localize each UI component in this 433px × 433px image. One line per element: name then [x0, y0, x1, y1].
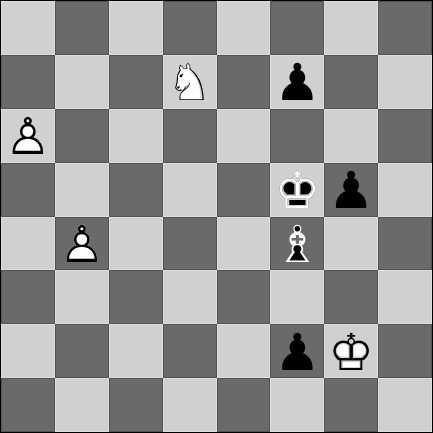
- square-b3[interactable]: [55, 270, 109, 324]
- square-f7[interactable]: ♟: [270, 55, 324, 109]
- black-pawn[interactable]: ♟: [324, 163, 378, 217]
- square-f1[interactable]: [270, 378, 324, 432]
- black-bishop[interactable]: ♝♗: [270, 217, 324, 271]
- square-d3[interactable]: [163, 270, 217, 324]
- square-e1[interactable]: [217, 378, 271, 432]
- black-king[interactable]: ♚♔: [270, 163, 324, 217]
- square-h2[interactable]: [378, 324, 432, 378]
- square-e3[interactable]: [217, 270, 271, 324]
- white-knight-outline-glyph: ♘: [163, 56, 217, 110]
- square-e8[interactable]: [217, 1, 271, 55]
- square-a6[interactable]: ♟♙: [1, 109, 55, 163]
- square-c5[interactable]: [109, 163, 163, 217]
- square-f5[interactable]: ♚♔: [270, 163, 324, 217]
- square-g2[interactable]: ♚♔: [324, 324, 378, 378]
- black-pawn-fill-glyph: ♟: [324, 164, 378, 218]
- square-a3[interactable]: [1, 270, 55, 324]
- square-g3[interactable]: [324, 270, 378, 324]
- square-h3[interactable]: [378, 270, 432, 324]
- white-knight-fill-glyph: ♞: [163, 56, 217, 110]
- black-bishop-fill-glyph: ♝: [270, 218, 324, 272]
- square-e5[interactable]: [217, 163, 271, 217]
- square-d4[interactable]: [163, 217, 217, 271]
- square-g4[interactable]: [324, 217, 378, 271]
- square-b7[interactable]: [55, 55, 109, 109]
- square-f8[interactable]: [270, 1, 324, 55]
- square-f4[interactable]: ♝♗: [270, 217, 324, 271]
- square-d7[interactable]: ♞♘: [163, 55, 217, 109]
- square-c6[interactable]: [109, 109, 163, 163]
- square-c1[interactable]: [109, 378, 163, 432]
- square-f2[interactable]: ♟: [270, 324, 324, 378]
- white-pawn-outline-glyph: ♙: [1, 110, 55, 164]
- white-pawn-fill-glyph: ♟: [55, 218, 109, 272]
- white-pawn-fill-glyph: ♟: [1, 110, 55, 164]
- white-pawn[interactable]: ♟♙: [1, 109, 55, 163]
- white-king-outline-glyph: ♔: [324, 325, 378, 379]
- square-h8[interactable]: [378, 1, 432, 55]
- white-king[interactable]: ♚♔: [324, 324, 378, 378]
- square-d1[interactable]: [163, 378, 217, 432]
- square-d8[interactable]: [163, 1, 217, 55]
- black-pawn-fill-glyph: ♟: [270, 56, 324, 110]
- square-d2[interactable]: [163, 324, 217, 378]
- square-b2[interactable]: [55, 324, 109, 378]
- square-c7[interactable]: [109, 55, 163, 109]
- square-a2[interactable]: [1, 324, 55, 378]
- square-d6[interactable]: [163, 109, 217, 163]
- white-pawn[interactable]: ♟♙: [55, 217, 109, 271]
- square-b8[interactable]: [55, 1, 109, 55]
- square-h5[interactable]: [378, 163, 432, 217]
- black-king-outline-glyph: ♔: [270, 164, 324, 218]
- square-c2[interactable]: [109, 324, 163, 378]
- square-a7[interactable]: [1, 55, 55, 109]
- black-bishop-outline-glyph: ♗: [270, 218, 324, 272]
- black-pawn[interactable]: ♟: [270, 55, 324, 109]
- square-e2[interactable]: [217, 324, 271, 378]
- square-h1[interactable]: [378, 378, 432, 432]
- square-e4[interactable]: [217, 217, 271, 271]
- square-f3[interactable]: [270, 270, 324, 324]
- black-pawn[interactable]: ♟: [270, 324, 324, 378]
- square-f6[interactable]: [270, 109, 324, 163]
- square-g7[interactable]: [324, 55, 378, 109]
- square-a8[interactable]: [1, 1, 55, 55]
- square-d5[interactable]: [163, 163, 217, 217]
- square-g1[interactable]: [324, 378, 378, 432]
- square-c3[interactable]: [109, 270, 163, 324]
- square-b1[interactable]: [55, 378, 109, 432]
- square-a1[interactable]: [1, 378, 55, 432]
- square-g6[interactable]: [324, 109, 378, 163]
- square-c8[interactable]: [109, 1, 163, 55]
- square-c4[interactable]: [109, 217, 163, 271]
- square-b6[interactable]: [55, 109, 109, 163]
- square-a5[interactable]: [1, 163, 55, 217]
- black-king-fill-glyph: ♚: [270, 164, 324, 218]
- black-pawn-fill-glyph: ♟: [270, 325, 324, 379]
- square-g8[interactable]: [324, 1, 378, 55]
- square-g5[interactable]: ♟: [324, 163, 378, 217]
- square-b5[interactable]: [55, 163, 109, 217]
- square-b4[interactable]: ♟♙: [55, 217, 109, 271]
- white-king-fill-glyph: ♚: [324, 325, 378, 379]
- chess-board: ♞♘♟♟♙♚♔♟♟♙♝♗♟♚♔: [0, 0, 433, 433]
- white-pawn-outline-glyph: ♙: [55, 218, 109, 272]
- square-e7[interactable]: [217, 55, 271, 109]
- square-h4[interactable]: [378, 217, 432, 271]
- square-e6[interactable]: [217, 109, 271, 163]
- white-knight[interactable]: ♞♘: [163, 55, 217, 109]
- square-a4[interactable]: [1, 217, 55, 271]
- square-h7[interactable]: [378, 55, 432, 109]
- square-h6[interactable]: [378, 109, 432, 163]
